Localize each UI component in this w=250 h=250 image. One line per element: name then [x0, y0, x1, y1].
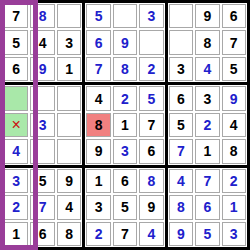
cell-r2c9[interactable]: 7 [222, 30, 246, 54]
cell-r6c6[interactable]: 6 [139, 139, 163, 163]
cell-r8c6[interactable]: 9 [139, 195, 163, 219]
cell-r7c8[interactable]: 7 [195, 169, 219, 193]
box-8: 168359274 [85, 168, 164, 247]
cell-r5c4[interactable]: 8 [86, 113, 110, 137]
cell-r5c1-elimination-mark[interactable]: × [4, 113, 28, 137]
cell-r8c8[interactable]: 6 [195, 195, 219, 219]
cell-r8c3[interactable]: 4 [57, 195, 81, 219]
cell-r9c1[interactable]: 1 [4, 222, 28, 246]
cell-r7c7[interactable]: 4 [169, 169, 193, 193]
cell-r3c2[interactable]: 9 [30, 57, 54, 81]
box-4: ×34 [3, 85, 82, 164]
cell-r6c1[interactable]: 4 [4, 139, 28, 163]
cell-r2c4[interactable]: 6 [86, 30, 110, 54]
cell-r5c6[interactable]: 7 [139, 113, 163, 137]
cell-r5c8[interactable]: 2 [195, 113, 219, 137]
cell-r2c3[interactable]: 3 [57, 30, 81, 54]
cell-r3c6[interactable]: 2 [139, 57, 163, 81]
cell-r2c8[interactable]: 8 [195, 30, 219, 54]
cell-r1c7[interactable] [169, 4, 193, 28]
cell-r7c9[interactable]: 2 [222, 169, 246, 193]
cell-r8c1[interactable]: 2 [4, 195, 28, 219]
cell-r4c5[interactable]: 2 [113, 86, 137, 110]
cell-r9c8[interactable]: 5 [195, 222, 219, 246]
cell-r9c3[interactable]: 8 [57, 222, 81, 246]
cell-r9c9[interactable]: 3 [222, 222, 246, 246]
box-5: 425817936 [85, 85, 164, 164]
cell-r4c4[interactable]: 4 [86, 86, 110, 110]
cell-r3c3[interactable]: 1 [57, 57, 81, 81]
cell-r4c9[interactable]: 9 [222, 86, 246, 110]
cell-r8c5[interactable]: 5 [113, 195, 137, 219]
cell-r1c2[interactable]: 8 [30, 4, 54, 28]
cell-r9c4[interactable]: 2 [86, 222, 110, 246]
cell-r1c6[interactable]: 3 [139, 4, 163, 28]
cell-r7c6[interactable]: 8 [139, 169, 163, 193]
cell-r3c7[interactable]: 3 [169, 57, 193, 81]
cell-r3c4[interactable]: 7 [86, 57, 110, 81]
cell-r8c9[interactable]: 1 [222, 195, 246, 219]
cell-r7c3[interactable]: 9 [57, 169, 81, 193]
cell-r9c7[interactable]: 9 [169, 222, 193, 246]
cell-r8c4[interactable]: 3 [86, 195, 110, 219]
cell-r4c1[interactable] [4, 86, 28, 110]
cell-r2c2[interactable]: 4 [30, 30, 54, 54]
box-9: 472861953 [168, 168, 247, 247]
cell-r3c8[interactable]: 4 [195, 57, 219, 81]
cell-r1c9[interactable]: 6 [222, 4, 246, 28]
cell-r2c7[interactable] [169, 30, 193, 54]
cell-r6c9[interactable]: 8 [222, 139, 246, 163]
cell-r3c5[interactable]: 8 [113, 57, 137, 81]
cell-r6c2[interactable] [30, 139, 54, 163]
cell-r5c2[interactable]: 3 [30, 113, 54, 137]
cell-r6c7[interactable]: 7 [169, 139, 193, 163]
sudoku-grid: 7854369153697829687345×34425817936639524… [0, 0, 250, 250]
cell-r3c1[interactable]: 6 [4, 57, 28, 81]
cell-r6c4[interactable]: 9 [86, 139, 110, 163]
cell-r7c5[interactable]: 6 [113, 169, 137, 193]
cell-r4c7[interactable]: 6 [169, 86, 193, 110]
cell-r9c6[interactable]: 4 [139, 222, 163, 246]
cell-r3c9[interactable]: 5 [222, 57, 246, 81]
cell-r4c8[interactable]: 3 [195, 86, 219, 110]
cell-r5c3[interactable] [57, 113, 81, 137]
cell-r4c3[interactable] [57, 86, 81, 110]
cell-r1c4[interactable]: 5 [86, 4, 110, 28]
box-3: 9687345 [168, 3, 247, 82]
cell-r7c2[interactable]: 5 [30, 169, 54, 193]
box-6: 639524718 [168, 85, 247, 164]
cell-r1c3[interactable] [57, 4, 81, 28]
cell-r1c1[interactable]: 7 [4, 4, 28, 28]
cell-r7c1[interactable]: 3 [4, 169, 28, 193]
cell-r2c5[interactable]: 9 [113, 30, 137, 54]
cell-r1c5[interactable] [113, 4, 137, 28]
cell-r7c4[interactable]: 1 [86, 169, 110, 193]
cell-r5c7[interactable]: 5 [169, 113, 193, 137]
cell-r6c8[interactable]: 1 [195, 139, 219, 163]
cell-r5c9[interactable]: 4 [222, 113, 246, 137]
box-2: 5369782 [85, 3, 164, 82]
box-7: 359274168 [3, 168, 82, 247]
cell-r8c2[interactable]: 7 [30, 195, 54, 219]
cell-r9c2[interactable]: 6 [30, 222, 54, 246]
cell-r9c5[interactable]: 7 [113, 222, 137, 246]
cell-r6c5[interactable]: 3 [113, 139, 137, 163]
box-1: 78543691 [3, 3, 82, 82]
cell-r1c8[interactable]: 9 [195, 4, 219, 28]
cell-r2c6[interactable] [139, 30, 163, 54]
cell-r6c3[interactable] [57, 139, 81, 163]
cell-r4c6[interactable]: 5 [139, 86, 163, 110]
cell-r2c1[interactable]: 5 [4, 30, 28, 54]
sudoku-app: 7854369153697829687345×34425817936639524… [0, 0, 250, 250]
cell-r4c2[interactable] [30, 86, 54, 110]
cell-r5c5[interactable]: 1 [113, 113, 137, 137]
cell-r8c7[interactable]: 8 [169, 195, 193, 219]
